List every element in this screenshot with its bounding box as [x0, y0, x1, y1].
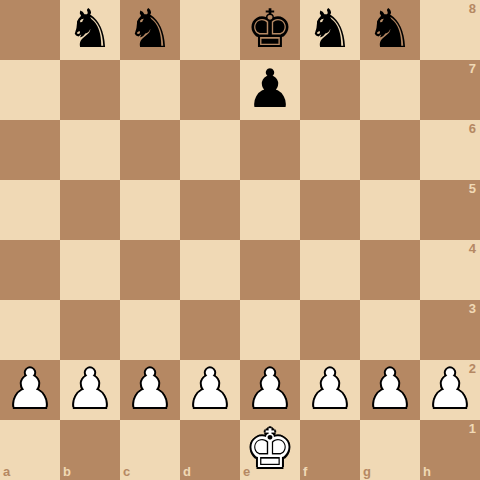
square-g4[interactable] — [360, 240, 420, 300]
square-a1[interactable]: a — [0, 420, 60, 480]
square-b6[interactable] — [60, 120, 120, 180]
white-pawn[interactable]: ♟ — [306, 359, 354, 419]
square-g5[interactable] — [360, 180, 420, 240]
black-knight[interactable]: ♞ — [366, 0, 414, 59]
square-h4[interactable]: 4 — [420, 240, 480, 300]
square-g3[interactable] — [360, 300, 420, 360]
square-h6[interactable]: 6 — [420, 120, 480, 180]
square-h1[interactable]: h1 — [420, 420, 480, 480]
square-c6[interactable] — [120, 120, 180, 180]
coord-file-h: h — [423, 465, 431, 478]
square-d2[interactable]: ♟ — [180, 360, 240, 420]
square-e3[interactable] — [240, 300, 300, 360]
square-a6[interactable] — [0, 120, 60, 180]
square-f1[interactable]: f — [300, 420, 360, 480]
coord-file-b: b — [63, 465, 71, 478]
square-a2[interactable]: ♟ — [0, 360, 60, 420]
square-b4[interactable] — [60, 240, 120, 300]
white-king[interactable]: ♚ — [246, 419, 294, 479]
square-d6[interactable] — [180, 120, 240, 180]
coord-rank-5: 5 — [469, 182, 476, 195]
square-a7[interactable] — [0, 60, 60, 120]
white-pawn[interactable]: ♟ — [186, 359, 234, 419]
square-f2[interactable]: ♟ — [300, 360, 360, 420]
square-c8[interactable]: ♞ — [120, 0, 180, 60]
white-pawn[interactable]: ♟ — [66, 359, 114, 419]
square-d7[interactable] — [180, 60, 240, 120]
square-c7[interactable] — [120, 60, 180, 120]
square-e2[interactable]: ♟ — [240, 360, 300, 420]
square-f3[interactable] — [300, 300, 360, 360]
square-a5[interactable] — [0, 180, 60, 240]
square-b7[interactable] — [60, 60, 120, 120]
coord-file-d: d — [183, 465, 191, 478]
white-pawn[interactable]: ♟ — [246, 359, 294, 419]
square-g8[interactable]: ♞ — [360, 0, 420, 60]
square-d4[interactable] — [180, 240, 240, 300]
coord-file-g: g — [363, 465, 371, 478]
square-d1[interactable]: d — [180, 420, 240, 480]
coord-file-f: f — [303, 465, 307, 478]
square-c4[interactable] — [120, 240, 180, 300]
square-e5[interactable] — [240, 180, 300, 240]
square-a8[interactable] — [0, 0, 60, 60]
black-pawn[interactable]: ♟ — [246, 59, 294, 119]
square-b5[interactable] — [60, 180, 120, 240]
square-b3[interactable] — [60, 300, 120, 360]
black-knight[interactable]: ♞ — [66, 0, 114, 59]
white-pawn[interactable]: ♟ — [366, 359, 414, 419]
square-e7[interactable]: ♟ — [240, 60, 300, 120]
square-b1[interactable]: b — [60, 420, 120, 480]
coord-rank-1: 1 — [469, 422, 476, 435]
coord-file-c: c — [123, 465, 130, 478]
square-e8[interactable]: ♚ — [240, 0, 300, 60]
square-e1[interactable]: ♚e — [240, 420, 300, 480]
square-g2[interactable]: ♟ — [360, 360, 420, 420]
square-b8[interactable]: ♞ — [60, 0, 120, 60]
square-h8[interactable]: 8 — [420, 0, 480, 60]
white-pawn[interactable]: ♟ — [126, 359, 174, 419]
square-g6[interactable] — [360, 120, 420, 180]
square-b2[interactable]: ♟ — [60, 360, 120, 420]
square-d5[interactable] — [180, 180, 240, 240]
coord-rank-4: 4 — [469, 242, 476, 255]
square-d3[interactable] — [180, 300, 240, 360]
square-a4[interactable] — [0, 240, 60, 300]
coord-rank-3: 3 — [469, 302, 476, 315]
black-knight[interactable]: ♞ — [306, 0, 354, 59]
white-pawn[interactable]: ♟ — [6, 359, 54, 419]
square-f6[interactable] — [300, 120, 360, 180]
square-e4[interactable] — [240, 240, 300, 300]
square-c1[interactable]: c — [120, 420, 180, 480]
coord-rank-7: 7 — [469, 62, 476, 75]
square-d8[interactable] — [180, 0, 240, 60]
square-h2[interactable]: ♟2 — [420, 360, 480, 420]
square-f7[interactable] — [300, 60, 360, 120]
square-h3[interactable]: 3 — [420, 300, 480, 360]
square-f4[interactable] — [300, 240, 360, 300]
square-c5[interactable] — [120, 180, 180, 240]
coord-rank-6: 6 — [469, 122, 476, 135]
square-h5[interactable]: 5 — [420, 180, 480, 240]
square-c2[interactable]: ♟ — [120, 360, 180, 420]
square-g7[interactable] — [360, 60, 420, 120]
black-knight[interactable]: ♞ — [126, 0, 174, 59]
black-king[interactable]: ♚ — [246, 0, 294, 59]
square-f5[interactable] — [300, 180, 360, 240]
square-g1[interactable]: g — [360, 420, 420, 480]
square-h7[interactable]: 7 — [420, 60, 480, 120]
coord-rank-8: 8 — [469, 2, 476, 15]
square-c3[interactable] — [120, 300, 180, 360]
white-pawn[interactable]: ♟ — [426, 359, 474, 419]
square-e6[interactable] — [240, 120, 300, 180]
chess-board: ♞♞♚♞♞8♟76543♟♟♟♟♟♟♟♟2abcd♚efgh1 — [0, 0, 480, 480]
square-f8[interactable]: ♞ — [300, 0, 360, 60]
coord-file-a: a — [3, 465, 10, 478]
square-a3[interactable] — [0, 300, 60, 360]
